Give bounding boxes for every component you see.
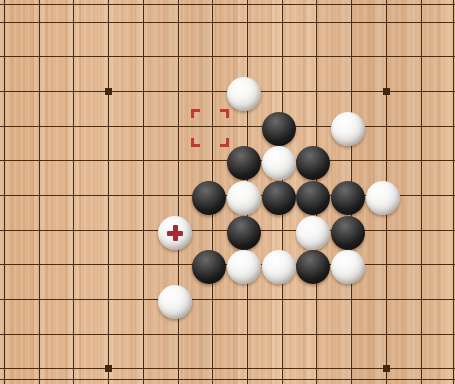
cursor-bracket-corner <box>226 138 229 147</box>
cursor-bracket-corner <box>191 138 194 147</box>
black-stone[interactable] <box>331 181 365 215</box>
board-edge-line-horizontal <box>0 4 455 5</box>
grid-line-vertical <box>421 0 422 384</box>
star-point <box>105 365 112 372</box>
grid-line-horizontal <box>0 56 455 57</box>
grid-line-vertical <box>39 0 40 384</box>
white-stone[interactable] <box>262 250 296 284</box>
last-move-cross-icon <box>173 225 178 241</box>
gomoku-board[interactable] <box>0 0 455 384</box>
white-stone[interactable] <box>331 250 365 284</box>
white-stone[interactable] <box>227 181 261 215</box>
star-point <box>105 88 112 95</box>
grid-line-horizontal <box>0 299 455 300</box>
white-stone[interactable] <box>158 285 192 319</box>
white-stone[interactable] <box>296 216 330 250</box>
black-stone[interactable] <box>262 112 296 146</box>
grid-line-vertical <box>108 0 109 384</box>
star-point <box>383 88 390 95</box>
black-stone[interactable] <box>192 181 226 215</box>
black-stone[interactable] <box>331 216 365 250</box>
cursor-bracket-corner <box>191 109 194 118</box>
board-edge-line-horizontal <box>0 379 455 380</box>
black-stone[interactable] <box>227 216 261 250</box>
black-stone[interactable] <box>296 250 330 284</box>
board-edge-line-vertical <box>453 0 454 384</box>
grid-line-vertical <box>4 0 5 384</box>
grid-line-horizontal <box>0 22 455 23</box>
grid-line-vertical <box>73 0 74 384</box>
grid-line-horizontal <box>0 334 455 335</box>
black-stone[interactable] <box>227 146 261 180</box>
star-point <box>383 365 390 372</box>
white-stone[interactable] <box>227 250 261 284</box>
grid-line-vertical <box>178 0 179 384</box>
white-stone[interactable] <box>366 181 400 215</box>
black-stone[interactable] <box>296 181 330 215</box>
white-stone[interactable] <box>262 146 296 180</box>
black-stone[interactable] <box>192 250 226 284</box>
white-stone[interactable] <box>227 77 261 111</box>
cursor-bracket-corner <box>226 109 229 118</box>
black-stone[interactable] <box>296 146 330 180</box>
white-stone[interactable] <box>331 112 365 146</box>
cursor-marker-brackets <box>191 109 229 147</box>
grid-line-vertical <box>143 0 144 384</box>
black-stone[interactable] <box>262 181 296 215</box>
